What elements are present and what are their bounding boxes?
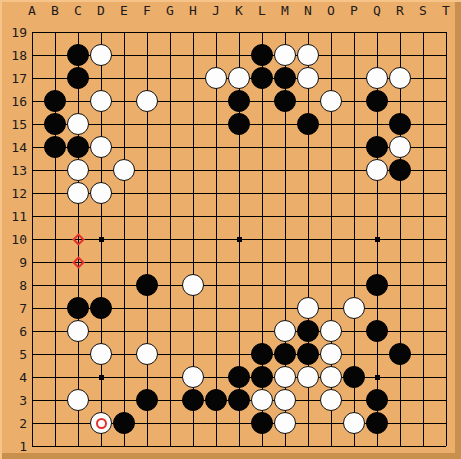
col-label-S: S xyxy=(419,4,427,17)
stone-white-M4 xyxy=(274,366,296,388)
stone-black-Q16 xyxy=(366,90,388,112)
stone-black-F8 xyxy=(136,274,158,296)
board-intersections[interactable] xyxy=(21,21,458,458)
stone-black-N5 xyxy=(297,343,319,365)
go-board[interactable]: ABCDEFGHJKLMNOPQRST 19181716151413121110… xyxy=(0,0,461,459)
stone-white-O4 xyxy=(320,366,342,388)
stone-white-L3 xyxy=(251,389,273,411)
stone-white-J17 xyxy=(205,67,227,89)
col-label-N: N xyxy=(304,4,312,17)
stone-black-C18 xyxy=(67,44,89,66)
col-label-P: P xyxy=(350,4,358,17)
stone-black-Q6 xyxy=(366,320,388,342)
stone-white-D16 xyxy=(90,90,112,112)
stone-white-K17 xyxy=(228,67,250,89)
stone-white-E13 xyxy=(113,159,135,181)
stone-black-L18 xyxy=(251,44,273,66)
col-label-L: L xyxy=(258,4,266,17)
stone-black-M16 xyxy=(274,90,296,112)
stone-white-D2 xyxy=(90,412,112,434)
stone-white-M18 xyxy=(274,44,296,66)
col-label-E: E xyxy=(120,4,128,17)
stone-black-Q8 xyxy=(366,274,388,296)
stone-white-H4 xyxy=(182,366,204,388)
stone-white-N17 xyxy=(297,67,319,89)
stone-black-B15 xyxy=(44,113,66,135)
col-label-A: A xyxy=(28,4,36,17)
col-label-K: K xyxy=(235,4,243,17)
stone-black-R13 xyxy=(389,159,411,181)
stone-black-Q2 xyxy=(366,412,388,434)
stone-black-L17 xyxy=(251,67,273,89)
stone-black-K16 xyxy=(228,90,250,112)
stone-black-Q14 xyxy=(366,136,388,158)
stone-white-C6 xyxy=(67,320,89,342)
stone-white-D14 xyxy=(90,136,112,158)
col-label-H: H xyxy=(189,4,197,17)
col-label-D: D xyxy=(97,4,105,17)
stone-black-B16 xyxy=(44,90,66,112)
stone-white-O6 xyxy=(320,320,342,342)
col-label-O: O xyxy=(327,4,335,17)
stone-black-D7 xyxy=(90,297,112,319)
stone-white-C12 xyxy=(67,182,89,204)
stone-white-Q17 xyxy=(366,67,388,89)
stone-white-P2 xyxy=(343,412,365,434)
stone-black-C14 xyxy=(67,136,89,158)
stone-white-M3 xyxy=(274,389,296,411)
stone-black-C7 xyxy=(67,297,89,319)
stone-black-N15 xyxy=(297,113,319,135)
stone-white-Q13 xyxy=(366,159,388,181)
stone-black-P4 xyxy=(343,366,365,388)
col-label-F: F xyxy=(143,4,151,17)
stone-white-C15 xyxy=(67,113,89,135)
stone-white-D18 xyxy=(90,44,112,66)
col-label-R: R xyxy=(396,4,404,17)
stone-black-F3 xyxy=(136,389,158,411)
stone-black-L2 xyxy=(251,412,273,434)
stone-black-N6 xyxy=(297,320,319,342)
col-label-J: J xyxy=(212,4,220,17)
col-label-G: G xyxy=(166,4,174,17)
stone-black-K3 xyxy=(228,389,250,411)
stone-white-H8 xyxy=(182,274,204,296)
stone-white-M2 xyxy=(274,412,296,434)
stone-black-J3 xyxy=(205,389,227,411)
stone-black-K4 xyxy=(228,366,250,388)
stone-black-K15 xyxy=(228,113,250,135)
stone-white-R17 xyxy=(389,67,411,89)
col-label-M: M xyxy=(281,4,289,17)
stone-white-F16 xyxy=(136,90,158,112)
stone-white-O3 xyxy=(320,389,342,411)
stone-black-H3 xyxy=(182,389,204,411)
stone-black-R15 xyxy=(389,113,411,135)
stone-black-B14 xyxy=(44,136,66,158)
stone-white-N18 xyxy=(297,44,319,66)
col-label-Q: Q xyxy=(373,4,381,17)
stone-black-Q3 xyxy=(366,389,388,411)
stone-white-O16 xyxy=(320,90,342,112)
stone-white-D5 xyxy=(90,343,112,365)
stone-white-C13 xyxy=(67,159,89,181)
col-label-C: C xyxy=(74,4,82,17)
stone-white-D12 xyxy=(90,182,112,204)
stone-white-N7 xyxy=(297,297,319,319)
stone-white-F5 xyxy=(136,343,158,365)
stone-white-N4 xyxy=(297,366,319,388)
stone-white-O5 xyxy=(320,343,342,365)
stone-black-L4 xyxy=(251,366,273,388)
stone-black-R5 xyxy=(389,343,411,365)
stone-white-M6 xyxy=(274,320,296,342)
stone-white-R14 xyxy=(389,136,411,158)
stone-black-C17 xyxy=(67,67,89,89)
stone-black-M5 xyxy=(274,343,296,365)
stone-white-C3 xyxy=(67,389,89,411)
stone-white-P7 xyxy=(343,297,365,319)
col-label-B: B xyxy=(51,4,59,17)
col-label-T: T xyxy=(442,4,450,17)
stone-black-M17 xyxy=(274,67,296,89)
stone-black-E2 xyxy=(113,412,135,434)
stone-black-L5 xyxy=(251,343,273,365)
